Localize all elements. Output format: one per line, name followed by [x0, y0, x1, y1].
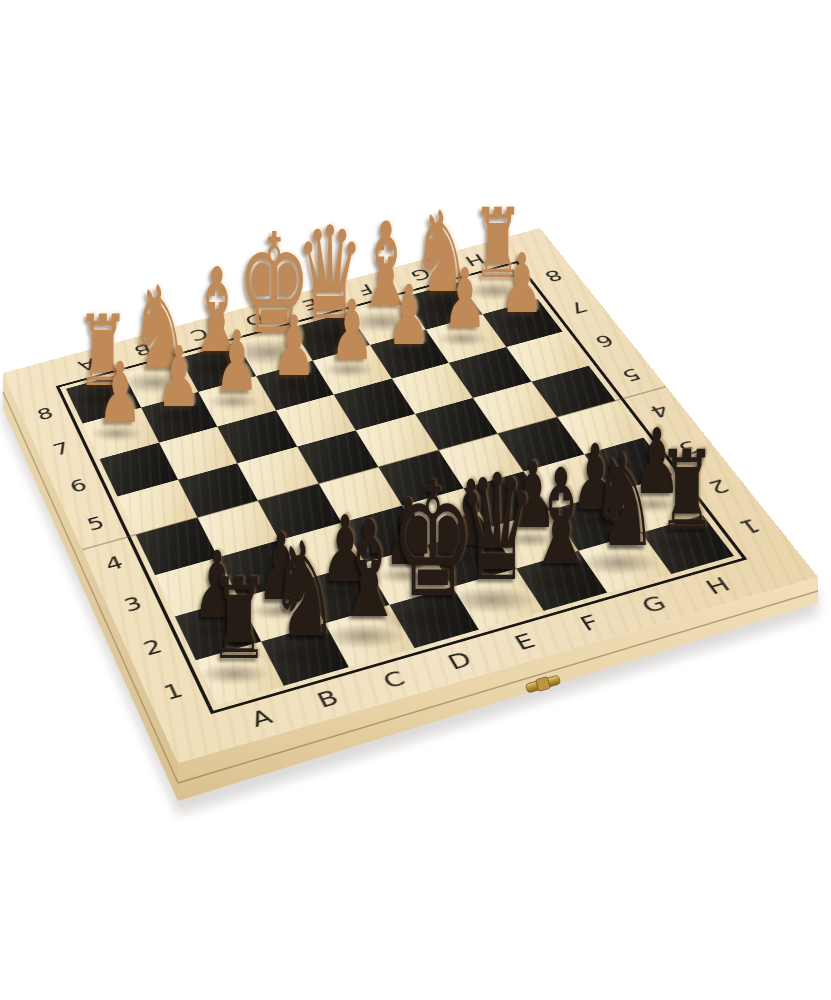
- piece-black-rook-h1[interactable]: ♜: [658, 437, 716, 547]
- chess-set-photo: AABBCCDDEEFFGGHH1122334455667788 ♜♞♝♚♛♝♞…: [0, 0, 831, 1000]
- piece-white-pawn-e7[interactable]: ♟: [330, 290, 374, 373]
- piece-white-pawn-b7[interactable]: ♟: [156, 336, 200, 420]
- piece-black-knight-b1[interactable]: ♞: [270, 527, 339, 657]
- piece-white-pawn-d7[interactable]: ♟: [272, 305, 316, 388]
- piece-black-rook-a1[interactable]: ♜: [209, 564, 269, 676]
- piece-black-bishop-f1[interactable]: ♝: [526, 451, 596, 583]
- piece-black-knight-g1[interactable]: ♞: [590, 437, 658, 565]
- piece-white-pawn-g7[interactable]: ♟: [443, 259, 487, 341]
- piece-white-pawn-f7[interactable]: ♟: [387, 274, 431, 357]
- piece-white-pawn-a7[interactable]: ♟: [98, 352, 143, 436]
- pieces-layer: ♜♞♝♚♛♝♞♜♟♟♟♟♟♟♟♟♟♟♟♟♟♟♟♟♜♞♝♚♛♝♞♜: [0, 0, 831, 1000]
- piece-black-bishop-c1[interactable]: ♝: [333, 505, 404, 638]
- piece-white-pawn-c7[interactable]: ♟: [214, 321, 258, 404]
- piece-white-pawn-h7[interactable]: ♟: [500, 244, 544, 326]
